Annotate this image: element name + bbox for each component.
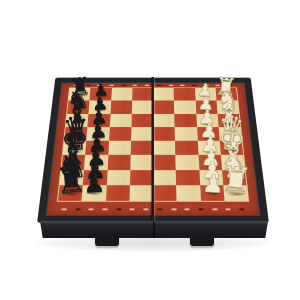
ornament-dash — [168, 84, 173, 85]
board-square-r1c0 — [67, 101, 89, 114]
board-square-r1c7 — [216, 101, 238, 114]
board-square-r3c2 — [109, 127, 132, 141]
board-square-r2c4 — [153, 114, 175, 127]
board-square-r6c3 — [130, 170, 153, 185]
board-square-r4c7 — [219, 141, 243, 155]
ornament-dash — [61, 208, 67, 210]
ornament-dash — [89, 208, 95, 210]
chess-set-photo: ♜♟♟♜♞♟♟♞♝♟♟♝♛♟♟♛♚♟♟♚♝♟♟♝♞♟♟♞♜♟♟♜ — [0, 0, 300, 300]
board-square-r0c4 — [153, 88, 174, 101]
board-square-r1c1 — [89, 101, 111, 114]
board-square-r4c4 — [153, 141, 176, 155]
board-square-r4c2 — [108, 141, 131, 155]
board-square-r7c1 — [82, 185, 107, 201]
ornament-dash — [171, 208, 176, 210]
ornament-dash — [74, 84, 79, 85]
board-square-r1c2 — [110, 101, 132, 114]
ornament-dash — [212, 208, 218, 210]
board-square-r2c6 — [196, 114, 219, 127]
ornament-dash — [157, 84, 162, 85]
board-square-r0c0 — [69, 88, 91, 101]
ornament-dash — [215, 84, 220, 85]
ornament-dash — [109, 84, 114, 85]
ornament-dash — [145, 84, 150, 85]
board-square-r7c6 — [200, 185, 225, 201]
board-square-r6c6 — [199, 170, 223, 185]
board-square-r5c6 — [198, 155, 222, 170]
ornament-dash — [75, 208, 81, 210]
board-square-r1c5 — [174, 101, 196, 114]
board-square-r2c5 — [174, 114, 196, 127]
board-square-r0c5 — [174, 88, 195, 101]
board-square-r1c6 — [195, 101, 217, 114]
ornament-dash — [143, 208, 148, 210]
board-square-r5c3 — [130, 155, 153, 170]
board-frame-front — [40, 221, 268, 238]
ornament-dash — [225, 208, 231, 210]
board-square-r5c4 — [153, 155, 176, 170]
board-square-r2c2 — [109, 114, 131, 127]
ornament-dash — [180, 84, 185, 85]
board-square-r6c5 — [176, 170, 200, 185]
board-foot — [95, 237, 119, 246]
board-square-r7c5 — [176, 185, 200, 201]
hinge-seam — [153, 221, 155, 238]
ornament-dash — [227, 84, 232, 85]
board-square-r7c4 — [153, 185, 177, 201]
board-square-r0c2 — [111, 88, 132, 101]
ornament-dash — [130, 208, 135, 210]
board-square-r4c5 — [175, 141, 198, 155]
board-square-r6c0 — [60, 170, 85, 185]
board-square-r3c1 — [87, 127, 110, 141]
board-square-r2c0 — [66, 114, 89, 127]
board-foot — [190, 237, 214, 246]
ornament-dash — [239, 208, 245, 210]
board-square-r3c6 — [197, 127, 220, 141]
chess-board — [37, 78, 269, 223]
board-square-r6c7 — [222, 170, 247, 185]
board-square-r2c1 — [88, 114, 111, 127]
board-square-r4c0 — [63, 141, 87, 155]
board-square-r0c1 — [90, 88, 112, 101]
ornament-dash — [133, 84, 138, 85]
board-square-r6c1 — [83, 170, 107, 185]
ornament-dash — [86, 84, 91, 85]
board-square-r2c3 — [131, 114, 153, 127]
board-square-r5c1 — [84, 155, 108, 170]
board-square-r1c3 — [132, 101, 153, 114]
board-square-r0c3 — [132, 88, 153, 101]
ornament-dash — [121, 84, 126, 85]
board-square-r4c3 — [130, 141, 153, 155]
board-square-r0c6 — [195, 88, 217, 101]
board-square-r1c4 — [153, 101, 174, 114]
board-square-r3c4 — [153, 127, 175, 141]
board-square-r7c2 — [105, 185, 129, 201]
board-square-r7c3 — [129, 185, 153, 201]
board-square-r5c0 — [61, 155, 85, 170]
board-square-r4c6 — [197, 141, 220, 155]
board-square-r4c1 — [85, 141, 108, 155]
board-square-r3c3 — [131, 127, 153, 141]
board-square-r5c2 — [107, 155, 130, 170]
board-hinge — [152, 77, 154, 233]
board-square-r3c7 — [218, 127, 241, 141]
ornament-dash — [98, 84, 103, 85]
board-square-r0c7 — [215, 88, 237, 101]
board-square-r5c7 — [221, 155, 245, 170]
ornament-dash — [157, 208, 162, 210]
board-square-r7c7 — [223, 185, 248, 201]
ornament-dash — [192, 84, 197, 85]
board-square-r6c2 — [106, 170, 130, 185]
ornament-dash — [198, 208, 203, 210]
ornament-dash — [102, 208, 107, 210]
board-square-r6c4 — [153, 170, 176, 185]
board-square-r2c7 — [217, 114, 240, 127]
board-square-r3c5 — [175, 127, 198, 141]
board-square-r5c5 — [176, 155, 199, 170]
board-square-r7c0 — [58, 185, 83, 201]
ornament-dash — [116, 208, 121, 210]
board-square-r3c0 — [64, 127, 87, 141]
ornament-dash — [184, 208, 189, 210]
ornament-dash — [204, 84, 209, 85]
